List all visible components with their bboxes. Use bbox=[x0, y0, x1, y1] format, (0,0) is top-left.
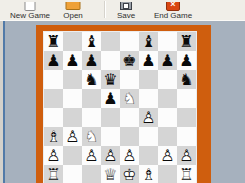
white-pawn[interactable]: ♙ bbox=[63, 127, 82, 146]
new-game-label: New Game bbox=[10, 11, 50, 20]
white-knight[interactable]: ♘ bbox=[82, 127, 101, 146]
square-e4[interactable] bbox=[120, 108, 139, 127]
square-c3[interactable]: ♞♘ bbox=[82, 127, 101, 146]
white-bishop[interactable]: ♗ bbox=[139, 165, 158, 183]
square-d5[interactable]: ♟ bbox=[101, 89, 120, 108]
square-b2[interactable] bbox=[63, 146, 82, 165]
white-pawn[interactable]: ♙ bbox=[101, 146, 120, 165]
new-game-button[interactable]: New Game bbox=[8, 0, 52, 20]
toolbar: New Game Open Save × End Game bbox=[0, 0, 245, 21]
square-g4[interactable] bbox=[158, 108, 177, 127]
square-a3[interactable]: ♝♗ bbox=[44, 127, 63, 146]
square-b6[interactable] bbox=[63, 70, 82, 89]
square-e8[interactable] bbox=[120, 32, 139, 51]
white-rook[interactable]: ♖ bbox=[177, 165, 196, 183]
open-button[interactable]: Open bbox=[55, 0, 91, 20]
square-b5[interactable] bbox=[63, 89, 82, 108]
black-rook[interactable]: ♜ bbox=[44, 32, 63, 51]
black-queen[interactable]: ♛ bbox=[101, 70, 120, 89]
square-b7[interactable]: ♟ bbox=[63, 51, 82, 70]
white-bishop[interactable]: ♗ bbox=[44, 127, 63, 146]
square-f2[interactable] bbox=[139, 146, 158, 165]
square-g3[interactable] bbox=[158, 127, 177, 146]
white-pawn[interactable]: ♙ bbox=[44, 146, 63, 165]
new-game-icon bbox=[25, 2, 36, 11]
black-pawn[interactable]: ♟ bbox=[101, 89, 120, 108]
square-a4[interactable] bbox=[44, 108, 63, 127]
black-pawn[interactable]: ♟ bbox=[63, 51, 82, 70]
square-a5[interactable] bbox=[44, 89, 63, 108]
open-folder-icon bbox=[66, 2, 81, 10]
black-pawn[interactable]: ♟ bbox=[139, 51, 158, 70]
save-label: Save bbox=[117, 11, 135, 20]
open-label: Open bbox=[63, 11, 83, 20]
square-h3[interactable] bbox=[177, 127, 196, 146]
square-a7[interactable]: ♟ bbox=[44, 51, 63, 70]
square-g6[interactable] bbox=[158, 70, 177, 89]
square-b4[interactable] bbox=[63, 108, 82, 127]
square-c5[interactable] bbox=[82, 89, 101, 108]
square-b3[interactable]: ♟♙ bbox=[63, 127, 82, 146]
save-icon bbox=[120, 2, 132, 10]
black-pawn[interactable]: ♟ bbox=[177, 51, 196, 70]
square-e2[interactable]: ♟♙ bbox=[120, 146, 139, 165]
square-h7[interactable]: ♟ bbox=[177, 51, 196, 70]
square-c8[interactable]: ♝ bbox=[82, 32, 101, 51]
square-g7[interactable]: ♟ bbox=[158, 51, 177, 70]
square-a1[interactable]: ♜♖ bbox=[44, 165, 63, 183]
square-a8[interactable]: ♜ bbox=[44, 32, 63, 51]
window-left-accent bbox=[3, 21, 5, 183]
square-e6[interactable] bbox=[120, 70, 139, 89]
white-pawn[interactable]: ♙ bbox=[158, 146, 177, 165]
square-f4[interactable]: ♟♙ bbox=[139, 108, 158, 127]
square-g2[interactable]: ♟♙ bbox=[158, 146, 177, 165]
black-bishop[interactable]: ♝ bbox=[139, 32, 158, 51]
black-pawn[interactable]: ♟ bbox=[44, 51, 63, 70]
chess-board: ♜♝♝♜♟♟♟♚♟♟♟♞♛♞♟♞♘♟♙♝♗♟♙♞♘♟♙♟♙♟♙♟♙♟♙♟♙♜♖♛… bbox=[44, 32, 196, 183]
square-h6[interactable]: ♞ bbox=[177, 70, 196, 89]
white-pawn[interactable]: ♙ bbox=[177, 146, 196, 165]
square-a2[interactable]: ♟♙ bbox=[44, 146, 63, 165]
white-rook[interactable]: ♖ bbox=[44, 165, 63, 183]
square-d1[interactable]: ♛♕ bbox=[101, 165, 120, 183]
end-game-label: End Game bbox=[154, 11, 192, 20]
square-c6[interactable]: ♞ bbox=[82, 70, 101, 89]
black-knight[interactable]: ♞ bbox=[177, 70, 196, 89]
toolbar-separator bbox=[104, 1, 106, 18]
black-bishop[interactable]: ♝ bbox=[82, 32, 101, 51]
square-d3[interactable] bbox=[101, 127, 120, 146]
square-e3[interactable] bbox=[120, 127, 139, 146]
black-rook[interactable]: ♜ bbox=[177, 32, 196, 51]
white-king[interactable]: ♔ bbox=[120, 165, 139, 183]
square-h1[interactable]: ♜♖ bbox=[177, 165, 196, 183]
black-pawn[interactable]: ♟ bbox=[82, 51, 101, 70]
chess-board-frame: ♜♝♝♜♟♟♟♚♟♟♟♞♛♞♟♞♘♟♙♝♗♟♙♞♘♟♙♟♙♟♙♟♙♟♙♟♙♜♖♛… bbox=[36, 25, 211, 183]
white-pawn[interactable]: ♙ bbox=[82, 146, 101, 165]
end-game-button[interactable]: × End Game bbox=[150, 0, 196, 20]
square-c2[interactable]: ♟♙ bbox=[82, 146, 101, 165]
white-pawn[interactable]: ♙ bbox=[120, 146, 139, 165]
square-f5[interactable] bbox=[139, 89, 158, 108]
square-f7[interactable]: ♟ bbox=[139, 51, 158, 70]
square-c1[interactable] bbox=[82, 165, 101, 183]
square-h2[interactable]: ♟♙ bbox=[177, 146, 196, 165]
square-b1[interactable] bbox=[63, 165, 82, 183]
square-g1[interactable] bbox=[158, 165, 177, 183]
square-h4[interactable] bbox=[177, 108, 196, 127]
white-queen[interactable]: ♕ bbox=[101, 165, 120, 183]
black-knight[interactable]: ♞ bbox=[82, 70, 101, 89]
square-f1[interactable]: ♝♗ bbox=[139, 165, 158, 183]
black-king[interactable]: ♚ bbox=[120, 51, 139, 70]
square-f8[interactable]: ♝ bbox=[139, 32, 158, 51]
square-f3[interactable] bbox=[139, 127, 158, 146]
square-d7[interactable] bbox=[101, 51, 120, 70]
square-e7[interactable]: ♚ bbox=[120, 51, 139, 70]
square-d6[interactable]: ♛ bbox=[101, 70, 120, 89]
black-pawn[interactable]: ♟ bbox=[158, 51, 177, 70]
save-button[interactable]: Save bbox=[108, 0, 144, 20]
end-game-icon: × bbox=[166, 2, 180, 11]
square-a6[interactable] bbox=[44, 70, 63, 89]
square-e1[interactable]: ♚♔ bbox=[120, 165, 139, 183]
square-g8[interactable] bbox=[158, 32, 177, 51]
square-f6[interactable] bbox=[139, 70, 158, 89]
white-pawn[interactable]: ♙ bbox=[139, 108, 158, 127]
square-d4[interactable] bbox=[101, 108, 120, 127]
square-g5[interactable] bbox=[158, 89, 177, 108]
square-h8[interactable]: ♜ bbox=[177, 32, 196, 51]
white-knight[interactable]: ♘ bbox=[120, 89, 139, 108]
square-c7[interactable]: ♟ bbox=[82, 51, 101, 70]
square-d8[interactable] bbox=[101, 32, 120, 51]
square-e5[interactable]: ♞♘ bbox=[120, 89, 139, 108]
square-h5[interactable] bbox=[177, 89, 196, 108]
square-b8[interactable] bbox=[63, 32, 82, 51]
square-c4[interactable] bbox=[82, 108, 101, 127]
square-d2[interactable]: ♟♙ bbox=[101, 146, 120, 165]
